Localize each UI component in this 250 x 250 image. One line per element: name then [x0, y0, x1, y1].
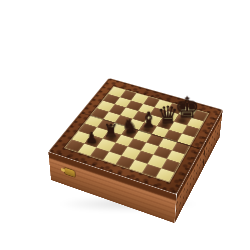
box-fold-seam — [203, 141, 206, 170]
perspective-scene: ♚♛♝♞♜♟ — [0, 0, 250, 250]
square-h1 — [155, 168, 174, 182]
brass-clasp — [65, 167, 75, 176]
product-photo-scene: ♚♛♝♞♜♟ — [0, 0, 250, 250]
chess-box: ♚♛♝♞♜♟ — [48, 78, 223, 195]
